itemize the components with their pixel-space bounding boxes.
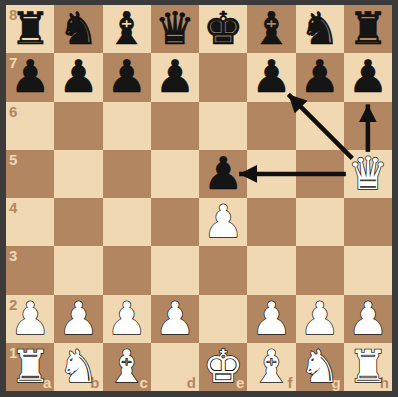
square-f7[interactable]: ♟ — [247, 53, 295, 101]
black-pawn-g7-piece[interactable]: ♟ — [299, 53, 339, 101]
black-bishop-c8-piece[interactable]: ♝ — [106, 5, 146, 53]
square-d2[interactable]: ♟ — [151, 295, 199, 343]
square-g5[interactable] — [296, 150, 344, 198]
black-pawn-e5-piece[interactable]: ♟ — [203, 150, 243, 198]
black-pawn-f7-piece[interactable]: ♟ — [251, 53, 291, 101]
rank-label-4: 4 — [9, 200, 17, 215]
square-b5[interactable] — [54, 150, 102, 198]
square-f3[interactable] — [247, 246, 295, 294]
chess-board[interactable]: 8♜♞♝♛♚♝♞♜7♟♟♟♟♟♟♟65♟♛4♟32♟♟♟♟♟♟♟1a♜b♞c♝d… — [6, 5, 392, 391]
square-f2[interactable]: ♟ — [247, 295, 295, 343]
square-e8[interactable]: ♚ — [199, 5, 247, 53]
rank-label-3: 3 — [9, 248, 17, 263]
square-b8[interactable]: ♞ — [54, 5, 102, 53]
square-c2[interactable]: ♟ — [103, 295, 151, 343]
white-pawn-c2-piece[interactable]: ♟ — [106, 295, 146, 343]
square-a4[interactable]: 4 — [6, 198, 54, 246]
white-queen-h5-piece[interactable]: ♛ — [348, 150, 388, 198]
square-a8[interactable]: 8♜ — [6, 5, 54, 53]
square-h3[interactable] — [344, 246, 392, 294]
square-g1[interactable]: g♞ — [296, 343, 344, 391]
square-h5[interactable]: ♛ — [344, 150, 392, 198]
square-c6[interactable] — [103, 102, 151, 150]
square-g3[interactable] — [296, 246, 344, 294]
square-f8[interactable]: ♝ — [247, 5, 295, 53]
square-a7[interactable]: 7♟ — [6, 53, 54, 101]
square-a3[interactable]: 3 — [6, 246, 54, 294]
square-h2[interactable]: ♟ — [344, 295, 392, 343]
square-d6[interactable] — [151, 102, 199, 150]
square-d8[interactable]: ♛ — [151, 5, 199, 53]
square-g2[interactable]: ♟ — [296, 295, 344, 343]
square-e6[interactable] — [199, 102, 247, 150]
white-knight-g1-piece[interactable]: ♞ — [299, 343, 339, 391]
white-bishop-c1-piece[interactable]: ♝ — [106, 343, 146, 391]
square-b3[interactable] — [54, 246, 102, 294]
white-rook-h1-piece[interactable]: ♜ — [348, 343, 388, 391]
black-pawn-c7-piece[interactable]: ♟ — [106, 53, 146, 101]
square-c1[interactable]: c♝ — [103, 343, 151, 391]
square-b7[interactable]: ♟ — [54, 53, 102, 101]
black-knight-b8-piece[interactable]: ♞ — [58, 5, 98, 53]
square-e2[interactable] — [199, 295, 247, 343]
white-rook-a1-piece[interactable]: ♜ — [10, 343, 50, 391]
square-g8[interactable]: ♞ — [296, 5, 344, 53]
white-pawn-e4-piece[interactable]: ♟ — [203, 198, 243, 246]
square-b2[interactable]: ♟ — [54, 295, 102, 343]
square-d3[interactable] — [151, 246, 199, 294]
square-e5[interactable]: ♟ — [199, 150, 247, 198]
square-e3[interactable] — [199, 246, 247, 294]
black-bishop-f8-piece[interactable]: ♝ — [251, 5, 291, 53]
square-h6[interactable] — [344, 102, 392, 150]
square-a2[interactable]: 2♟ — [6, 295, 54, 343]
square-a1[interactable]: 1a♜ — [6, 343, 54, 391]
black-rook-h8-piece[interactable]: ♜ — [348, 5, 388, 53]
black-king-e8-piece[interactable]: ♚ — [203, 5, 243, 53]
white-bishop-f1-piece[interactable]: ♝ — [251, 343, 291, 391]
square-e1[interactable]: e♚ — [199, 343, 247, 391]
white-pawn-g2-piece[interactable]: ♟ — [299, 295, 339, 343]
square-f6[interactable] — [247, 102, 295, 150]
file-label-d: d — [187, 375, 196, 390]
square-c7[interactable]: ♟ — [103, 53, 151, 101]
square-g7[interactable]: ♟ — [296, 53, 344, 101]
black-pawn-h7-piece[interactable]: ♟ — [348, 53, 388, 101]
square-d5[interactable] — [151, 150, 199, 198]
square-a5[interactable]: 5 — [6, 150, 54, 198]
rank-label-5: 5 — [9, 152, 17, 167]
square-b6[interactable] — [54, 102, 102, 150]
square-b4[interactable] — [54, 198, 102, 246]
black-queen-d8-piece[interactable]: ♛ — [155, 5, 195, 53]
white-pawn-b2-piece[interactable]: ♟ — [58, 295, 98, 343]
white-pawn-a2-piece[interactable]: ♟ — [10, 295, 50, 343]
square-e7[interactable] — [199, 53, 247, 101]
white-pawn-f2-piece[interactable]: ♟ — [251, 295, 291, 343]
black-rook-a8-piece[interactable]: ♜ — [10, 5, 50, 53]
square-g6[interactable] — [296, 102, 344, 150]
square-d4[interactable] — [151, 198, 199, 246]
black-knight-g8-piece[interactable]: ♞ — [299, 5, 339, 53]
black-pawn-d7-piece[interactable]: ♟ — [155, 53, 195, 101]
square-f5[interactable] — [247, 150, 295, 198]
black-pawn-a7-piece[interactable]: ♟ — [10, 53, 50, 101]
square-h7[interactable]: ♟ — [344, 53, 392, 101]
square-h1[interactable]: h♜ — [344, 343, 392, 391]
square-g4[interactable] — [296, 198, 344, 246]
square-c3[interactable] — [103, 246, 151, 294]
rank-label-6: 6 — [9, 104, 17, 119]
square-f4[interactable] — [247, 198, 295, 246]
white-pawn-d2-piece[interactable]: ♟ — [155, 295, 195, 343]
square-d1[interactable]: d — [151, 343, 199, 391]
square-f1[interactable]: f♝ — [247, 343, 295, 391]
square-c4[interactable] — [103, 198, 151, 246]
square-h4[interactable] — [344, 198, 392, 246]
white-pawn-h2-piece[interactable]: ♟ — [348, 295, 388, 343]
square-a6[interactable]: 6 — [6, 102, 54, 150]
square-h8[interactable]: ♜ — [344, 5, 392, 53]
square-c5[interactable] — [103, 150, 151, 198]
black-pawn-b7-piece[interactable]: ♟ — [58, 53, 98, 101]
white-king-e1-piece[interactable]: ♚ — [203, 343, 243, 391]
square-b1[interactable]: b♞ — [54, 343, 102, 391]
chess-board-frame: 8♜♞♝♛♚♝♞♜7♟♟♟♟♟♟♟65♟♛4♟32♟♟♟♟♟♟♟1a♜b♞c♝d… — [0, 0, 398, 397]
white-knight-b1-piece[interactable]: ♞ — [58, 343, 98, 391]
square-c8[interactable]: ♝ — [103, 5, 151, 53]
square-e4[interactable]: ♟ — [199, 198, 247, 246]
square-d7[interactable]: ♟ — [151, 53, 199, 101]
